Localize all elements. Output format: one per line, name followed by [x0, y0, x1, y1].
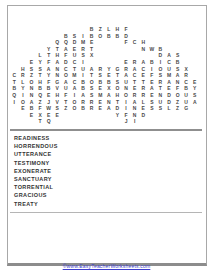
grid-cell: I	[70, 92, 79, 99]
grid-cell: S	[87, 85, 96, 92]
grid-cell: B	[44, 85, 53, 92]
grid-cell	[36, 46, 45, 53]
grid-cell	[79, 112, 88, 119]
grid-cell: M	[165, 72, 174, 79]
grid-cell: T	[113, 99, 122, 106]
grid-cell: R	[139, 85, 148, 92]
grid-cell: B	[173, 59, 182, 66]
grid-cell	[173, 118, 182, 125]
grid-cell: Y	[44, 72, 53, 79]
grid-cell: T	[87, 72, 96, 79]
grid-cell: Z	[173, 105, 182, 112]
grid-cell: D	[122, 33, 131, 40]
grid-cell	[10, 39, 19, 46]
word-list-item: UTTERANCE	[14, 150, 58, 158]
grid-cell: H	[113, 26, 122, 33]
grid-cell: G	[53, 79, 62, 86]
grid-cell: E	[165, 85, 174, 92]
grid-cell	[130, 33, 139, 40]
grid-cell: A	[173, 72, 182, 79]
grid-cell: T	[87, 46, 96, 53]
grid-cell: N	[173, 79, 182, 86]
grid-cell: N	[130, 112, 139, 119]
grid-cell: R	[130, 59, 139, 66]
grid-cell	[165, 33, 174, 40]
grid-cell: O	[156, 66, 165, 73]
grid-cell: B	[96, 79, 105, 86]
grid-cell	[10, 105, 19, 112]
grid-cell: B	[87, 26, 96, 33]
grid-cell	[10, 52, 19, 59]
grid-cell: B	[36, 85, 45, 92]
grid-cell	[96, 112, 105, 119]
grid-cell: W	[44, 105, 53, 112]
grid-cell: F	[44, 79, 53, 86]
grid-cell: S	[96, 72, 105, 79]
grid-cell	[148, 26, 157, 33]
word-list-item: GRACIOUS	[14, 191, 58, 199]
grid-cell	[19, 118, 28, 125]
footer: ©www.EasyTeacherWorksheets.com	[0, 254, 213, 272]
grid-cell: Q	[36, 92, 45, 99]
grid-cell	[27, 26, 36, 33]
grid-cell	[130, 52, 139, 59]
grid-cell: T	[36, 118, 45, 125]
grid-cell	[182, 112, 191, 119]
grid-cell: E	[70, 46, 79, 53]
grid-cell	[44, 39, 53, 46]
grid-cell: T	[10, 79, 19, 86]
grid-cell	[190, 105, 199, 112]
grid-cell: A	[165, 52, 174, 59]
grid-cell: F	[62, 52, 71, 59]
grid-cell	[19, 39, 28, 46]
word-list-item: TREATY	[14, 200, 58, 208]
grid-cell: D	[165, 99, 174, 106]
grid-cell: A	[130, 66, 139, 73]
grid-cell: F	[44, 59, 53, 66]
grid-cell: O	[113, 85, 122, 92]
grid-cell	[96, 39, 105, 46]
grid-cell	[113, 118, 122, 125]
grid-cell: I	[79, 33, 88, 40]
grid-cell	[156, 39, 165, 46]
grid-cell: B	[79, 85, 88, 92]
grid-cell: N	[53, 72, 62, 79]
grid-cell: B	[113, 33, 122, 40]
grid-cell: C	[130, 72, 139, 79]
grid-cell	[165, 26, 174, 33]
grid-cell	[96, 52, 105, 59]
grid-cell: M	[96, 92, 105, 99]
grid-cell: Z	[173, 99, 182, 106]
grid-cell	[173, 26, 182, 33]
grid-cell: R	[19, 72, 28, 79]
grid-cell	[139, 33, 148, 40]
grid-cell	[156, 26, 165, 33]
grid-cell	[62, 26, 71, 33]
grid-divider-line	[10, 129, 202, 131]
grid-cell	[182, 59, 191, 66]
grid-cell: O	[87, 79, 96, 86]
grid-cell	[190, 26, 199, 33]
grid-cell: N	[105, 99, 114, 106]
grid-cell	[173, 46, 182, 53]
grid-cell: E	[44, 92, 53, 99]
grid-cell	[44, 26, 53, 33]
grid-cell: E	[96, 85, 105, 92]
grid-cell: S	[53, 105, 62, 112]
grid-cell: F	[36, 105, 45, 112]
grid-cell: M	[70, 72, 79, 79]
grid-cell: E	[190, 79, 199, 86]
grid-cell: E	[122, 59, 131, 66]
grid-cell	[36, 33, 45, 40]
grid-cell: T	[53, 46, 62, 53]
word-list-item: EXONERATE	[14, 167, 58, 175]
grid-cell: N	[27, 85, 36, 92]
grid-cell	[27, 52, 36, 59]
grid-cell: A	[165, 79, 174, 86]
grid-cell	[122, 46, 131, 53]
grid-cell	[96, 118, 105, 125]
grid-cell	[27, 33, 36, 40]
grid-cell: S	[173, 66, 182, 73]
grid-cell: N	[53, 66, 62, 73]
grid-cell	[190, 33, 199, 40]
grid-cell: I	[130, 118, 139, 125]
grid-cell	[130, 26, 139, 33]
grid-cell	[105, 118, 114, 125]
grid-cell: B	[182, 85, 191, 92]
grid-cell	[173, 112, 182, 119]
grid-cell: E	[130, 85, 139, 92]
grid-cell	[165, 112, 174, 119]
grid-cell: R	[156, 79, 165, 86]
grid-cell: T	[44, 52, 53, 59]
grid-cell: A	[44, 66, 53, 73]
grid-cell	[173, 39, 182, 46]
grid-cell: U	[70, 52, 79, 59]
grid-cell: A	[122, 72, 131, 79]
grid-cell: O	[122, 92, 131, 99]
grid-cell: X	[182, 66, 191, 73]
grid-cell	[156, 118, 165, 125]
grid-cell: E	[27, 59, 36, 66]
grid-cell: E	[87, 39, 96, 46]
grid-cell: E	[105, 72, 114, 79]
grid-cell	[173, 33, 182, 40]
grid-cell: H	[53, 52, 62, 59]
grid-cell	[105, 59, 114, 66]
grid-cell: U	[62, 85, 71, 92]
grid-cell	[19, 59, 28, 66]
grid-cell	[182, 46, 191, 53]
grid-cell	[19, 33, 28, 40]
grid-cell	[27, 118, 36, 125]
website-link[interactable]: ©www.EasyTeacherWorksheets.com	[63, 263, 151, 269]
grid-cell	[19, 112, 28, 119]
grid-cell: D	[139, 112, 148, 119]
grid-cell: Y	[44, 46, 53, 53]
grid-cell	[182, 33, 191, 40]
grid-cell	[113, 52, 122, 59]
grid-cell: E	[139, 72, 148, 79]
grid-cell: S	[173, 52, 182, 59]
grid-cell	[62, 112, 71, 119]
grid-cell: O	[70, 105, 79, 112]
grid-cell: R	[130, 92, 139, 99]
grid-cell: L	[19, 79, 28, 86]
grid-cell: L	[165, 105, 174, 112]
grid-cell: A	[139, 59, 148, 66]
grid-cell: Q	[62, 39, 71, 46]
grid-cell	[96, 46, 105, 53]
grid-cell	[10, 118, 19, 125]
grid-cell	[130, 46, 139, 53]
grid-cell: U	[156, 99, 165, 106]
grid-cell: C	[182, 79, 191, 86]
grid-cell: S	[156, 105, 165, 112]
grid-cell: A	[105, 105, 114, 112]
grid-cell: C	[139, 66, 148, 73]
grid-cell: D	[156, 52, 165, 59]
grid-cell: B	[148, 59, 157, 66]
grid-cell: M	[79, 39, 88, 46]
grid-cell: B	[105, 33, 114, 40]
grid-cell: E	[139, 105, 148, 112]
grid-cell: R	[182, 72, 191, 79]
grid-cell: T	[36, 72, 45, 79]
grid-cell	[190, 72, 199, 79]
grid-cell	[148, 33, 157, 40]
grid-cell: S	[70, 33, 79, 40]
word-list-item: TORRENTIAL	[14, 183, 58, 191]
grid-cell: O	[173, 92, 182, 99]
grid-cell: F	[122, 112, 131, 119]
grid-cell: B	[156, 46, 165, 53]
grid-cell: F	[122, 39, 131, 46]
grid-cell: U	[165, 66, 174, 73]
grid-cell: I	[156, 59, 165, 66]
grid-cell: I	[79, 72, 88, 79]
grid-cell	[165, 118, 174, 125]
grid-cell: E	[96, 99, 105, 106]
grid-cell: A	[105, 92, 114, 99]
grid-cell: T	[70, 66, 79, 73]
grid-cell	[165, 39, 174, 46]
grid-cell: A	[148, 85, 157, 92]
worksheet-page: BZLHFBSIBOBBDQQDMEFCHYTAERTNWBLTHFUSXDAS…	[0, 0, 213, 275]
grid-cell	[148, 39, 157, 46]
grid-cell: U	[122, 79, 131, 86]
grid-cell	[70, 112, 79, 119]
grid-cell: D	[62, 59, 71, 66]
grid-cell: A	[87, 66, 96, 73]
grid-cell: I	[79, 59, 88, 66]
grid-cell: L	[105, 26, 114, 33]
grid-cell: R	[96, 66, 105, 73]
word-list-item: SANCTUARY	[14, 175, 58, 183]
grid-cell	[190, 118, 199, 125]
grid-cell: A	[70, 85, 79, 92]
grid-cell: B	[87, 33, 96, 40]
grid-cell: B	[105, 79, 114, 86]
grid-cell: T	[156, 85, 165, 92]
grid-cell: E	[44, 112, 53, 119]
grid-cell: Z	[27, 72, 36, 79]
grid-cell: F	[148, 72, 157, 79]
grid-cell: A	[53, 59, 62, 66]
grid-cell: R	[139, 92, 148, 99]
grid-cell	[156, 112, 165, 119]
grid-cell	[10, 33, 19, 40]
grid-cell	[165, 46, 174, 53]
grid-cell: J	[122, 118, 131, 125]
grid-cell	[19, 46, 28, 53]
grid-cell	[139, 118, 148, 125]
grid-cell: S	[79, 52, 88, 59]
grid-cell: Z	[36, 99, 45, 106]
grid-cell	[148, 112, 157, 119]
grid-cell	[10, 26, 19, 33]
grid-cell: L	[139, 99, 148, 106]
grid-cell	[87, 118, 96, 125]
grid-cell: L	[36, 52, 45, 59]
grid-cell: Y	[19, 85, 28, 92]
grid-cell	[53, 118, 62, 125]
grid-cell: D	[70, 39, 79, 46]
grid-cell: O	[27, 79, 36, 86]
grid-cell	[113, 46, 122, 53]
grid-cell: N	[122, 85, 131, 92]
grid-cell: N	[130, 105, 139, 112]
grid-cell: G	[182, 105, 191, 112]
grid-cell	[182, 26, 191, 33]
grid-cell: S	[156, 72, 165, 79]
grid-cell: V	[53, 99, 62, 106]
grid-cell: E	[148, 92, 157, 99]
grid-cell: T	[62, 99, 71, 106]
grid-cell: H	[19, 66, 28, 73]
grid-cell: F	[122, 26, 131, 33]
grid-cell	[156, 33, 165, 40]
grid-cell	[190, 52, 199, 59]
grid-cell	[122, 52, 131, 59]
grid-cell: T	[113, 72, 122, 79]
grid-cell: A	[62, 46, 71, 53]
grid-cell: S	[148, 105, 157, 112]
grid-cell: E	[27, 112, 36, 119]
grid-cell	[190, 39, 199, 46]
grid-cell: R	[87, 99, 96, 106]
grid-cell: E	[19, 105, 28, 112]
grid-cell	[87, 112, 96, 119]
grid-cell: V	[53, 85, 62, 92]
grid-cell	[53, 26, 62, 33]
grid-cell	[10, 66, 19, 73]
grid-cell: Y	[113, 112, 122, 119]
grid-cell	[36, 39, 45, 46]
grid-cell: C	[10, 72, 19, 79]
grid-cell	[148, 118, 157, 125]
grid-cell	[36, 26, 45, 33]
grid-cell	[182, 39, 191, 46]
grid-cell	[10, 46, 19, 53]
grid-cell: G	[113, 66, 122, 73]
grid-cell	[148, 52, 157, 59]
grid-cell: E	[148, 79, 157, 86]
grid-cell: U	[182, 92, 191, 99]
grid-cell: S	[27, 66, 36, 73]
grid-cell	[96, 59, 105, 66]
grid-cell: I	[10, 99, 19, 106]
grid-cell: J	[44, 99, 53, 106]
grid-cell: C	[70, 59, 79, 66]
grid-cell	[10, 59, 19, 66]
grid-cell: S	[190, 92, 199, 99]
grid-cell: O	[70, 99, 79, 106]
grid-cell: I	[122, 99, 131, 106]
grid-cell: N	[27, 92, 36, 99]
grid-cell: X	[87, 52, 96, 59]
word-list-item: HORRENDOUS	[14, 142, 58, 150]
grid-cell: H	[113, 92, 122, 99]
grid-cell	[190, 46, 199, 53]
grid-cell: Z	[96, 26, 105, 33]
grid-cell: N	[156, 92, 165, 99]
grid-cell: Y	[36, 59, 45, 66]
grid-cell	[27, 46, 36, 53]
grid-cell: B	[79, 105, 88, 112]
grid-cell: A	[62, 79, 71, 86]
grid-cell: C	[62, 66, 71, 73]
grid-cell: E	[53, 112, 62, 119]
grid-cell: T	[139, 79, 148, 86]
word-list-item: READINESS	[14, 134, 58, 142]
grid-cell: B	[62, 33, 71, 40]
grid-cell	[182, 118, 191, 125]
grid-cell: H	[139, 39, 148, 46]
word-search-grid: BZLHFBSIBOBBDQQDMEFCHYTAERTNWBLTHFUSXDAS…	[10, 26, 199, 125]
grid-cell	[44, 33, 53, 40]
grid-cell: D	[165, 92, 174, 99]
grid-cell: E	[96, 105, 105, 112]
grid-cell: H	[36, 79, 45, 86]
grid-cell	[105, 46, 114, 53]
grid-cell: Q	[53, 39, 62, 46]
grid-cell: S	[87, 92, 96, 99]
grid-cell: T	[130, 79, 139, 86]
grid-cell	[27, 39, 36, 46]
grid-cell: O	[19, 99, 28, 106]
grid-cell: U	[182, 99, 191, 106]
grid-cell	[79, 118, 88, 125]
grid-cell: Z	[62, 105, 71, 112]
grid-cell: Y	[105, 66, 114, 73]
grid-cell: A	[130, 99, 139, 106]
grid-cell	[53, 33, 62, 40]
grid-cell: I	[19, 92, 28, 99]
grid-cell: O	[62, 72, 71, 79]
grid-cell: Q	[44, 118, 53, 125]
grid-cell	[105, 39, 114, 46]
grid-cell	[190, 66, 199, 73]
word-list: READINESSHORRENDOUSUTTERANCETESTIMONYEXO…	[14, 134, 58, 208]
grid-cell	[79, 26, 88, 33]
grid-cell	[182, 52, 191, 59]
grid-cell: F	[173, 85, 182, 92]
